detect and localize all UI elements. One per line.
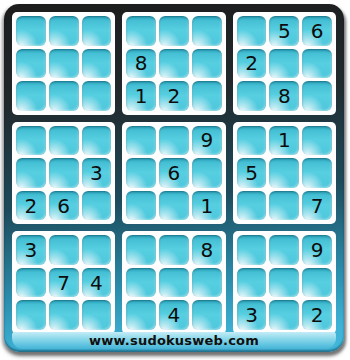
- cell-r1c5[interactable]: [159, 16, 189, 46]
- cell-r1c3[interactable]: [82, 16, 112, 46]
- cell-r1c6[interactable]: [192, 16, 222, 46]
- cell-r5c6[interactable]: [192, 158, 222, 188]
- cell-r9c7[interactable]: 3: [237, 300, 267, 330]
- cell-r1c4[interactable]: [126, 16, 156, 46]
- cell-r1c7[interactable]: [237, 16, 267, 46]
- cell-r4c6[interactable]: 9: [192, 126, 222, 156]
- sudoku-board: 812562832696115737484932: [12, 12, 336, 334]
- cell-r6c3[interactable]: [82, 191, 112, 221]
- cell-r9c9[interactable]: 2: [302, 300, 332, 330]
- cell-r9c6[interactable]: [192, 300, 222, 330]
- cell-r3c5[interactable]: 2: [159, 81, 189, 111]
- cell-r4c1[interactable]: [16, 126, 46, 156]
- block-3-3: 932: [233, 231, 336, 334]
- cell-r9c3[interactable]: [82, 300, 112, 330]
- cell-r2c5[interactable]: [159, 49, 189, 79]
- cell-r9c1[interactable]: [16, 300, 46, 330]
- cell-r5c3[interactable]: 3: [82, 158, 112, 188]
- cell-r8c3[interactable]: 4: [82, 268, 112, 298]
- cell-r5c2[interactable]: [49, 158, 79, 188]
- cell-r3c9[interactable]: [302, 81, 332, 111]
- cell-r8c5[interactable]: [159, 268, 189, 298]
- cell-r1c2[interactable]: [49, 16, 79, 46]
- cell-r3c1[interactable]: [16, 81, 46, 111]
- cell-r2c7[interactable]: 2: [237, 49, 267, 79]
- cell-r4c4[interactable]: [126, 126, 156, 156]
- cell-r2c8[interactable]: [269, 49, 299, 79]
- block-3-2: 84: [122, 231, 225, 334]
- cell-r9c4[interactable]: [126, 300, 156, 330]
- cell-r6c7[interactable]: [237, 191, 267, 221]
- cell-r8c9[interactable]: [302, 268, 332, 298]
- block-1-3: 5628: [233, 12, 336, 115]
- cell-r6c1[interactable]: 2: [16, 191, 46, 221]
- cell-r4c3[interactable]: [82, 126, 112, 156]
- block-1-2: 812: [122, 12, 225, 115]
- cell-r3c2[interactable]: [49, 81, 79, 111]
- cell-r3c4[interactable]: 1: [126, 81, 156, 111]
- cell-r1c1[interactable]: [16, 16, 46, 46]
- cell-r8c8[interactable]: [269, 268, 299, 298]
- footer-bar: www.sudokusweb.com: [12, 332, 336, 349]
- cell-r5c4[interactable]: [126, 158, 156, 188]
- cell-r7c8[interactable]: [269, 235, 299, 265]
- cell-r5c1[interactable]: [16, 158, 46, 188]
- cell-r3c6[interactable]: [192, 81, 222, 111]
- cell-r6c5[interactable]: [159, 191, 189, 221]
- cell-r5c7[interactable]: 5: [237, 158, 267, 188]
- website-link[interactable]: www.sudokusweb.com: [89, 333, 259, 348]
- cell-r7c9[interactable]: 9: [302, 235, 332, 265]
- cell-r7c1[interactable]: 3: [16, 235, 46, 265]
- block-1-1: [12, 12, 115, 115]
- cell-r9c2[interactable]: [49, 300, 79, 330]
- cell-r7c4[interactable]: [126, 235, 156, 265]
- cell-r7c5[interactable]: [159, 235, 189, 265]
- cell-r9c5[interactable]: 4: [159, 300, 189, 330]
- cell-r6c4[interactable]: [126, 191, 156, 221]
- cell-r8c1[interactable]: [16, 268, 46, 298]
- cell-r9c8[interactable]: [269, 300, 299, 330]
- cell-r2c3[interactable]: [82, 49, 112, 79]
- cell-r2c9[interactable]: [302, 49, 332, 79]
- cell-r4c5[interactable]: [159, 126, 189, 156]
- cell-r7c3[interactable]: [82, 235, 112, 265]
- cell-r4c7[interactable]: [237, 126, 267, 156]
- cell-r8c7[interactable]: [237, 268, 267, 298]
- cell-r6c6[interactable]: 1: [192, 191, 222, 221]
- cell-r2c4[interactable]: 8: [126, 49, 156, 79]
- cell-r2c2[interactable]: [49, 49, 79, 79]
- cell-r6c9[interactable]: 7: [302, 191, 332, 221]
- block-2-1: 326: [12, 122, 115, 225]
- cell-r1c8[interactable]: 5: [269, 16, 299, 46]
- cell-r2c6[interactable]: [192, 49, 222, 79]
- board-frame: 812562832696115737484932 www.sudokusweb.…: [4, 4, 344, 352]
- cell-r2c1[interactable]: [16, 49, 46, 79]
- cell-r6c8[interactable]: [269, 191, 299, 221]
- cell-r3c3[interactable]: [82, 81, 112, 111]
- cell-r8c4[interactable]: [126, 268, 156, 298]
- cell-r7c2[interactable]: [49, 235, 79, 265]
- cell-r1c9[interactable]: 6: [302, 16, 332, 46]
- cell-r6c2[interactable]: 6: [49, 191, 79, 221]
- cell-r4c9[interactable]: [302, 126, 332, 156]
- cell-r5c5[interactable]: 6: [159, 158, 189, 188]
- cell-r8c6[interactable]: [192, 268, 222, 298]
- cell-r3c7[interactable]: [237, 81, 267, 111]
- cell-r8c2[interactable]: 7: [49, 268, 79, 298]
- cell-r4c8[interactable]: 1: [269, 126, 299, 156]
- cell-r5c8[interactable]: [269, 158, 299, 188]
- cell-r5c9[interactable]: [302, 158, 332, 188]
- block-2-2: 961: [122, 122, 225, 225]
- sudoku-page: 812562832696115737484932 www.sudokusweb.…: [0, 0, 350, 360]
- cell-r7c6[interactable]: 8: [192, 235, 222, 265]
- cell-r3c8[interactable]: 8: [269, 81, 299, 111]
- cell-r4c2[interactable]: [49, 126, 79, 156]
- block-2-3: 157: [233, 122, 336, 225]
- block-3-1: 374: [12, 231, 115, 334]
- cell-r7c7[interactable]: [237, 235, 267, 265]
